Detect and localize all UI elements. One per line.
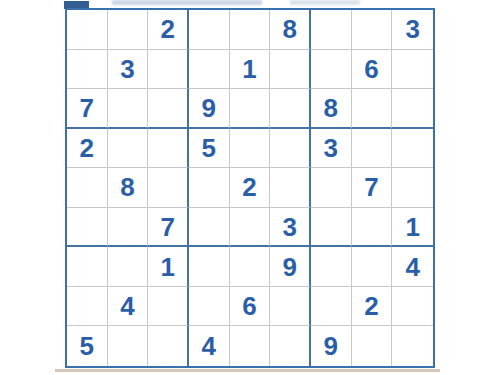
cell-r1c1-empty[interactable] [67,10,108,50]
cell-r6c9-given[interactable]: 1 [392,208,433,248]
cell-r5c2-given[interactable]: 8 [108,168,149,208]
cell-r3c2-empty[interactable] [108,89,149,129]
cell-r6c5-empty[interactable] [230,208,271,248]
cell-r1c9-given[interactable]: 3 [392,10,433,50]
cell-r4c9-empty[interactable] [392,129,433,169]
cell-r6c2-empty[interactable] [108,208,149,248]
cell-r4c7-given[interactable]: 3 [311,129,352,169]
cell-r7c1-empty[interactable] [67,247,108,287]
cell-r9c4-given[interactable]: 4 [189,326,230,366]
artifact-smudge-top-right [290,0,360,5]
cell-r3c9-empty[interactable] [392,89,433,129]
cell-r4c2-empty[interactable] [108,129,149,169]
cell-r5c5-given[interactable]: 2 [230,168,271,208]
cell-r6c1-empty[interactable] [67,208,108,248]
cell-r8c5-given[interactable]: 6 [230,287,271,327]
cell-r1c5-empty[interactable] [230,10,271,50]
cell-r2c7-empty[interactable] [311,50,352,90]
cell-r1c4-empty[interactable] [189,10,230,50]
cell-r9c5-empty[interactable] [230,326,271,366]
cell-r3c8-empty[interactable] [352,89,393,129]
cell-r4c6-empty[interactable] [270,129,311,169]
cell-r8c8-given[interactable]: 2 [352,287,393,327]
cell-r9c7-given[interactable]: 9 [311,326,352,366]
sudoku-page: 283316798253827731194462549 [0,0,500,375]
cell-r1c8-empty[interactable] [352,10,393,50]
cell-r3c6-empty[interactable] [270,89,311,129]
cell-r8c6-empty[interactable] [270,287,311,327]
cell-r7c4-empty[interactable] [189,247,230,287]
cell-r6c6-given[interactable]: 3 [270,208,311,248]
cell-r7c7-empty[interactable] [311,247,352,287]
cell-r7c8-empty[interactable] [352,247,393,287]
cell-r5c3-empty[interactable] [148,168,189,208]
cell-r9c1-given[interactable]: 5 [67,326,108,366]
cell-r9c2-empty[interactable] [108,326,149,366]
cell-r4c5-empty[interactable] [230,129,271,169]
cell-r9c8-empty[interactable] [352,326,393,366]
cell-r2c9-empty[interactable] [392,50,433,90]
cell-r1c7-empty[interactable] [311,10,352,50]
cell-r7c6-given[interactable]: 9 [270,247,311,287]
cell-r6c4-empty[interactable] [189,208,230,248]
cell-r6c3-given[interactable]: 7 [148,208,189,248]
cell-r9c9-empty[interactable] [392,326,433,366]
cell-r7c5-empty[interactable] [230,247,271,287]
cell-r3c7-given[interactable]: 8 [311,89,352,129]
cell-r5c4-empty[interactable] [189,168,230,208]
artifact-smudge-top-mid [112,0,262,5]
cell-r2c3-empty[interactable] [148,50,189,90]
cell-r3c5-empty[interactable] [230,89,271,129]
cell-r5c7-empty[interactable] [311,168,352,208]
cell-r6c7-empty[interactable] [311,208,352,248]
cell-r8c4-empty[interactable] [189,287,230,327]
cell-r2c1-empty[interactable] [67,50,108,90]
cell-r4c8-empty[interactable] [352,129,393,169]
cell-r8c9-empty[interactable] [392,287,433,327]
cell-r1c3-given[interactable]: 2 [148,10,189,50]
cell-r5c6-empty[interactable] [270,168,311,208]
board-bottom-shadow [55,369,440,372]
cell-r5c8-given[interactable]: 7 [352,168,393,208]
cell-r8c7-empty[interactable] [311,287,352,327]
cell-r2c6-empty[interactable] [270,50,311,90]
cell-r7c3-given[interactable]: 1 [148,247,189,287]
cell-r8c2-given[interactable]: 4 [108,287,149,327]
cell-r4c3-empty[interactable] [148,129,189,169]
cell-r2c4-empty[interactable] [189,50,230,90]
cell-r8c1-empty[interactable] [67,287,108,327]
cell-r9c3-empty[interactable] [148,326,189,366]
cell-r8c3-empty[interactable] [148,287,189,327]
cell-r4c4-given[interactable]: 5 [189,129,230,169]
cell-r4c1-given[interactable]: 2 [67,129,108,169]
cell-r3c3-empty[interactable] [148,89,189,129]
cell-r1c2-empty[interactable] [108,10,149,50]
cell-r7c2-empty[interactable] [108,247,149,287]
sudoku-board: 283316798253827731194462549 [65,8,435,368]
cell-r1c6-given[interactable]: 8 [270,10,311,50]
cell-r2c8-given[interactable]: 6 [352,50,393,90]
cell-r5c1-empty[interactable] [67,168,108,208]
cell-r2c5-given[interactable]: 1 [230,50,271,90]
cell-r3c1-given[interactable]: 7 [67,89,108,129]
cell-r7c9-given[interactable]: 4 [392,247,433,287]
cell-r6c8-empty[interactable] [352,208,393,248]
cell-r5c9-empty[interactable] [392,168,433,208]
cell-r3c4-given[interactable]: 9 [189,89,230,129]
cell-r2c2-given[interactable]: 3 [108,50,149,90]
cell-r9c6-empty[interactable] [270,326,311,366]
